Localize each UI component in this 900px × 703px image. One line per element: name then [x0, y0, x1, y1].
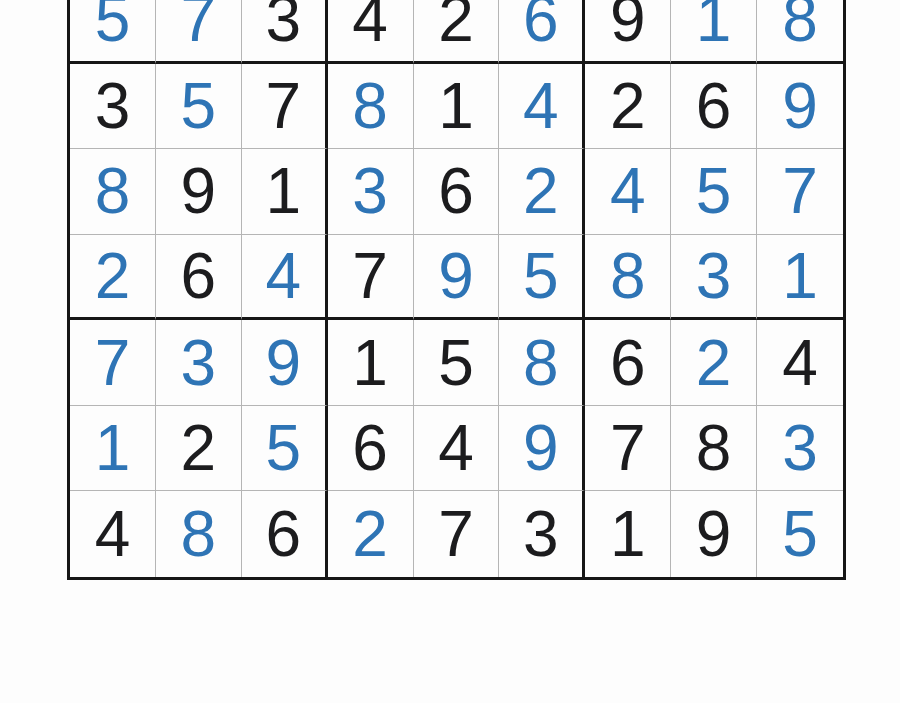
sudoku-cell-r4c3[interactable]: 7: [242, 64, 328, 150]
sudoku-cell-r9c9[interactable]: 5: [757, 491, 843, 577]
page-background: 5734269183578142698913624572647958317391…: [0, 0, 900, 703]
sudoku-cell-r9c5[interactable]: 7: [414, 491, 500, 577]
sudoku-cell-r5c4[interactable]: 3: [328, 149, 414, 235]
sudoku-cell-r3c1[interactable]: 5: [70, 0, 156, 64]
sudoku-cell-r7c3[interactable]: 9: [242, 320, 328, 406]
sudoku-cell-r5c7[interactable]: 4: [585, 149, 671, 235]
sudoku-cell-r4c6[interactable]: 4: [499, 64, 585, 150]
sudoku-cell-r8c3[interactable]: 5: [242, 406, 328, 492]
sudoku-cell-r9c8[interactable]: 9: [671, 491, 757, 577]
sudoku-cell-r4c1[interactable]: 3: [70, 64, 156, 150]
sudoku-cell-r3c5[interactable]: 2: [414, 0, 500, 64]
sudoku-cell-r5c3[interactable]: 1: [242, 149, 328, 235]
sudoku-cell-r8c7[interactable]: 7: [585, 406, 671, 492]
sudoku-cell-r9c3[interactable]: 6: [242, 491, 328, 577]
sudoku-cell-r7c9[interactable]: 4: [757, 320, 843, 406]
sudoku-cell-r3c8[interactable]: 1: [671, 0, 757, 64]
sudoku-cell-r7c1[interactable]: 7: [70, 320, 156, 406]
sudoku-cell-r6c6[interactable]: 5: [499, 235, 585, 321]
sudoku-cell-r6c5[interactable]: 9: [414, 235, 500, 321]
sudoku-cell-r6c9[interactable]: 1: [757, 235, 843, 321]
sudoku-cell-r4c4[interactable]: 8: [328, 64, 414, 150]
sudoku-cell-r5c6[interactable]: 2: [499, 149, 585, 235]
sudoku-cell-r3c4[interactable]: 4: [328, 0, 414, 64]
sudoku-cell-r8c1[interactable]: 1: [70, 406, 156, 492]
sudoku-cell-r6c4[interactable]: 7: [328, 235, 414, 321]
sudoku-cell-r8c8[interactable]: 8: [671, 406, 757, 492]
sudoku-board: 5734269183578142698913624572647958317391…: [67, 0, 846, 580]
sudoku-cell-r7c7[interactable]: 6: [585, 320, 671, 406]
sudoku-cell-r7c5[interactable]: 5: [414, 320, 500, 406]
sudoku-cell-r3c2[interactable]: 7: [156, 0, 242, 64]
sudoku-cell-r4c8[interactable]: 6: [671, 64, 757, 150]
sudoku-cell-r4c2[interactable]: 5: [156, 64, 242, 150]
sudoku-cell-r9c2[interactable]: 8: [156, 491, 242, 577]
sudoku-cell-r8c6[interactable]: 9: [499, 406, 585, 492]
sudoku-cell-r8c9[interactable]: 3: [757, 406, 843, 492]
sudoku-cell-r6c2[interactable]: 6: [156, 235, 242, 321]
sudoku-cell-r8c4[interactable]: 6: [328, 406, 414, 492]
sudoku-cell-r5c5[interactable]: 6: [414, 149, 500, 235]
sudoku-cell-r3c6[interactable]: 6: [499, 0, 585, 64]
sudoku-cell-r9c4[interactable]: 2: [328, 491, 414, 577]
sudoku-cell-r5c9[interactable]: 7: [757, 149, 843, 235]
sudoku-cell-r8c2[interactable]: 2: [156, 406, 242, 492]
sudoku-cell-r9c6[interactable]: 3: [499, 491, 585, 577]
sudoku-cell-r6c1[interactable]: 2: [70, 235, 156, 321]
sudoku-cell-r7c6[interactable]: 8: [499, 320, 585, 406]
sudoku-cell-r6c8[interactable]: 3: [671, 235, 757, 321]
sudoku-cell-r3c3[interactable]: 3: [242, 0, 328, 64]
sudoku-cell-r6c3[interactable]: 4: [242, 235, 328, 321]
sudoku-cell-r4c5[interactable]: 1: [414, 64, 500, 150]
sudoku-cell-r4c9[interactable]: 9: [757, 64, 843, 150]
sudoku-cell-r9c1[interactable]: 4: [70, 491, 156, 577]
sudoku-cell-r3c9[interactable]: 8: [757, 0, 843, 64]
sudoku-cell-r6c7[interactable]: 8: [585, 235, 671, 321]
sudoku-cell-r4c7[interactable]: 2: [585, 64, 671, 150]
sudoku-cell-r7c2[interactable]: 3: [156, 320, 242, 406]
sudoku-cell-r5c2[interactable]: 9: [156, 149, 242, 235]
sudoku-cell-r7c4[interactable]: 1: [328, 320, 414, 406]
sudoku-cell-r5c8[interactable]: 5: [671, 149, 757, 235]
sudoku-cell-r5c1[interactable]: 8: [70, 149, 156, 235]
sudoku-cell-r3c7[interactable]: 9: [585, 0, 671, 64]
sudoku-cell-r8c5[interactable]: 4: [414, 406, 500, 492]
sudoku-cell-r9c7[interactable]: 1: [585, 491, 671, 577]
sudoku-cell-r7c8[interactable]: 2: [671, 320, 757, 406]
